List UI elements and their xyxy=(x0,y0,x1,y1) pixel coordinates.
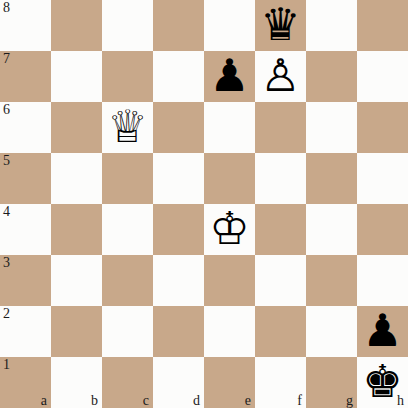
square-f3[interactable] xyxy=(255,255,306,306)
square-f4[interactable] xyxy=(255,204,306,255)
square-c5[interactable] xyxy=(102,153,153,204)
square-d5[interactable] xyxy=(153,153,204,204)
square-a6[interactable]: 6 xyxy=(0,102,51,153)
white-pawn-piece[interactable]: ♙ xyxy=(260,50,300,101)
file-label-b: b xyxy=(91,393,98,408)
rank-label-5: 5 xyxy=(3,153,10,169)
square-h3[interactable] xyxy=(357,255,408,306)
square-b6[interactable] xyxy=(51,102,102,153)
square-d8[interactable] xyxy=(153,0,204,51)
square-d7[interactable] xyxy=(153,51,204,102)
square-c6[interactable]: ♕ xyxy=(102,102,153,153)
rank-label-1: 1 xyxy=(3,357,10,373)
square-e2[interactable] xyxy=(204,306,255,357)
square-f2[interactable] xyxy=(255,306,306,357)
square-d1[interactable]: d xyxy=(153,357,204,408)
square-b2[interactable] xyxy=(51,306,102,357)
square-f1[interactable]: f xyxy=(255,357,306,408)
square-e7[interactable]: ♟ xyxy=(204,51,255,102)
white-king-piece[interactable]: ♔ xyxy=(209,203,249,254)
square-e6[interactable] xyxy=(204,102,255,153)
square-f7[interactable]: ♙ xyxy=(255,51,306,102)
square-f6[interactable] xyxy=(255,102,306,153)
rank-label-3: 3 xyxy=(3,255,10,271)
square-b7[interactable] xyxy=(51,51,102,102)
square-e3[interactable] xyxy=(204,255,255,306)
square-a7[interactable]: 7 xyxy=(0,51,51,102)
square-d3[interactable] xyxy=(153,255,204,306)
square-h6[interactable] xyxy=(357,102,408,153)
square-g6[interactable] xyxy=(306,102,357,153)
square-g1[interactable]: g xyxy=(306,357,357,408)
square-d4[interactable] xyxy=(153,204,204,255)
square-h4[interactable] xyxy=(357,204,408,255)
square-e1[interactable]: e xyxy=(204,357,255,408)
file-label-g: g xyxy=(346,393,353,408)
square-e5[interactable] xyxy=(204,153,255,204)
square-b8[interactable] xyxy=(51,0,102,51)
square-a5[interactable]: 5 xyxy=(0,153,51,204)
square-b4[interactable] xyxy=(51,204,102,255)
rank-label-6: 6 xyxy=(3,102,10,118)
file-label-a: a xyxy=(41,393,47,408)
square-g2[interactable] xyxy=(306,306,357,357)
square-h7[interactable] xyxy=(357,51,408,102)
black-pawn-piece[interactable]: ♟ xyxy=(362,305,402,356)
white-queen-piece[interactable]: ♕ xyxy=(107,101,147,152)
square-b5[interactable] xyxy=(51,153,102,204)
square-d2[interactable] xyxy=(153,306,204,357)
square-g4[interactable] xyxy=(306,204,357,255)
square-f8[interactable]: ♛ xyxy=(255,0,306,51)
file-label-f: f xyxy=(297,393,302,408)
square-a1[interactable]: 1a xyxy=(0,357,51,408)
square-g8[interactable] xyxy=(306,0,357,51)
square-c3[interactable] xyxy=(102,255,153,306)
square-e4[interactable]: ♔ xyxy=(204,204,255,255)
rank-label-2: 2 xyxy=(3,306,10,322)
square-b3[interactable] xyxy=(51,255,102,306)
square-h5[interactable] xyxy=(357,153,408,204)
file-label-e: e xyxy=(245,393,251,408)
square-a4[interactable]: 4 xyxy=(0,204,51,255)
rank-label-7: 7 xyxy=(3,51,10,67)
square-c8[interactable] xyxy=(102,0,153,51)
file-label-c: c xyxy=(143,393,149,408)
black-pawn-piece[interactable]: ♟ xyxy=(209,50,249,101)
square-h2[interactable]: ♟ xyxy=(357,306,408,357)
square-c1[interactable]: c xyxy=(102,357,153,408)
square-h8[interactable] xyxy=(357,0,408,51)
square-h1[interactable]: h♚ xyxy=(357,357,408,408)
square-g7[interactable] xyxy=(306,51,357,102)
square-b1[interactable]: b xyxy=(51,357,102,408)
square-d6[interactable] xyxy=(153,102,204,153)
black-queen-piece[interactable]: ♛ xyxy=(260,0,300,50)
square-g3[interactable] xyxy=(306,255,357,306)
square-c7[interactable] xyxy=(102,51,153,102)
square-e8[interactable] xyxy=(204,0,255,51)
black-king-piece[interactable]: ♚ xyxy=(362,356,402,407)
square-a3[interactable]: 3 xyxy=(0,255,51,306)
rank-label-8: 8 xyxy=(3,0,10,16)
rank-label-4: 4 xyxy=(3,204,10,220)
square-c4[interactable] xyxy=(102,204,153,255)
square-f5[interactable] xyxy=(255,153,306,204)
square-c2[interactable] xyxy=(102,306,153,357)
square-a2[interactable]: 2 xyxy=(0,306,51,357)
square-g5[interactable] xyxy=(306,153,357,204)
square-a8[interactable]: 8 xyxy=(0,0,51,51)
file-label-d: d xyxy=(193,393,200,408)
chess-board: 8♛7♟♙6♕54♔32♟1abcdefgh♚ xyxy=(0,0,408,408)
